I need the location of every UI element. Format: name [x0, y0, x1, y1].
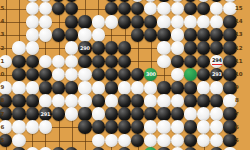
board-point-O7[interactable]	[157, 108, 170, 121]
white-stone	[171, 68, 184, 82]
board-point-K11[interactable]	[105, 55, 118, 68]
board-point-E4[interactable]	[39, 147, 52, 150]
board-point-Q14[interactable]	[184, 15, 197, 28]
black-stone: 290	[78, 41, 91, 55]
board-point-T12[interactable]	[223, 42, 236, 55]
white-stone	[184, 107, 197, 121]
board-point-D5[interactable]	[26, 134, 39, 147]
board-point-G5[interactable]	[65, 134, 78, 147]
board-point-P5[interactable]	[171, 134, 184, 147]
board-point-E12[interactable]	[39, 42, 52, 55]
board-point-S5[interactable]	[210, 134, 223, 147]
board-point-S13[interactable]	[210, 28, 223, 41]
board-point-D6[interactable]	[26, 121, 39, 134]
board-point-T11[interactable]	[223, 55, 236, 68]
board-point-C9[interactable]	[12, 81, 25, 94]
board-point-H14[interactable]	[78, 15, 91, 28]
board-point-N7[interactable]	[144, 108, 157, 121]
board-point-T10[interactable]	[223, 68, 236, 81]
board-point-Q10[interactable]	[184, 68, 197, 81]
board-point-O5[interactable]	[157, 134, 170, 147]
board-point-S7[interactable]	[210, 108, 223, 121]
white-stone	[92, 81, 105, 95]
board-point-K8[interactable]	[105, 94, 118, 107]
board-point-P6[interactable]	[171, 121, 184, 134]
board-point-K4[interactable]	[105, 147, 118, 150]
black-stone	[118, 94, 131, 108]
board-point-M6[interactable]	[131, 121, 144, 134]
board-point-N13[interactable]	[144, 28, 157, 41]
black-stone	[197, 28, 210, 42]
board-point-G9[interactable]	[65, 81, 78, 94]
black-stone	[12, 94, 25, 108]
white-stone	[210, 120, 223, 134]
board-point-F14[interactable]	[52, 15, 65, 28]
board-point-H11[interactable]	[78, 55, 91, 68]
board-point-D12[interactable]	[26, 42, 39, 55]
board-point-O13[interactable]	[157, 28, 170, 41]
board-point-D8[interactable]	[26, 94, 39, 107]
board-point-T14[interactable]	[223, 15, 236, 28]
board-point-L10[interactable]	[118, 68, 131, 81]
white-stone	[39, 2, 52, 16]
board-point-B11[interactable]	[0, 55, 12, 68]
board-point-J12[interactable]	[92, 42, 105, 55]
black-stone	[210, 94, 223, 108]
white-stone	[197, 120, 210, 134]
board-point-K12[interactable]	[105, 42, 118, 55]
white-stone	[78, 94, 91, 108]
board-point-S12[interactable]	[210, 42, 223, 55]
board-point-K15[interactable]	[105, 2, 118, 15]
board-point-Q12[interactable]	[184, 42, 197, 55]
board-point-P4[interactable]	[171, 147, 184, 150]
board-point-D9[interactable]	[26, 81, 39, 94]
black-stone	[210, 41, 223, 55]
black-stone	[197, 55, 210, 69]
board-point-J4[interactable]	[92, 147, 105, 150]
board-point-Q7[interactable]	[184, 108, 197, 121]
move-number-label: 300	[146, 72, 156, 77]
board-point-B5[interactable]	[0, 134, 12, 147]
white-stone	[171, 120, 184, 134]
board-point-C14[interactable]	[12, 15, 25, 28]
white-stone	[92, 15, 105, 29]
board-point-R13[interactable]	[197, 28, 210, 41]
black-stone	[184, 55, 197, 69]
board-point-O10[interactable]	[157, 68, 170, 81]
board-point-G8[interactable]	[65, 94, 78, 107]
board-point-L13[interactable]	[118, 28, 131, 41]
board-point-E9[interactable]	[39, 81, 52, 94]
board-point-K13[interactable]	[105, 28, 118, 41]
board-point-O6[interactable]	[157, 121, 170, 134]
board-point-T8[interactable]	[223, 94, 236, 107]
board-point-Q13[interactable]	[184, 28, 197, 41]
board-point-L6[interactable]	[118, 121, 131, 134]
board-point-K14[interactable]	[105, 15, 118, 28]
board-point-O9[interactable]	[157, 81, 170, 94]
board-point-L15[interactable]	[118, 2, 131, 15]
white-stone	[65, 68, 78, 82]
board-point-G10[interactable]	[65, 68, 78, 81]
board-point-L5[interactable]	[118, 134, 131, 147]
board-point-H15[interactable]	[78, 2, 91, 15]
board-point-R15[interactable]	[197, 2, 210, 15]
board-point-P9[interactable]	[171, 81, 184, 94]
board-point-T15[interactable]	[223, 2, 236, 15]
board-point-K7[interactable]	[105, 108, 118, 121]
board-point-N12[interactable]	[144, 42, 157, 55]
board-point-B7[interactable]	[0, 108, 12, 121]
board-point-B6[interactable]	[0, 121, 12, 134]
board-point-E10[interactable]	[39, 68, 52, 81]
black-stone	[171, 107, 184, 121]
go-board-screenshot: 290294300293291 515414313212111010998877…	[0, 0, 250, 150]
board-point-M9[interactable]	[131, 81, 144, 94]
board-point-J9[interactable]	[92, 81, 105, 94]
board-point-Q8[interactable]	[184, 94, 197, 107]
white-stone	[171, 2, 184, 16]
board-point-P14[interactable]	[171, 15, 184, 28]
board-point-E6[interactable]	[39, 121, 52, 134]
board-point-R12[interactable]	[197, 42, 210, 55]
black-stone	[92, 41, 105, 55]
board-point-N5[interactable]	[144, 134, 157, 147]
board-point-G14[interactable]	[65, 15, 78, 28]
board-point-Q5[interactable]	[184, 134, 197, 147]
board-point-C8[interactable]	[12, 94, 25, 107]
board-point-M11[interactable]	[131, 55, 144, 68]
board-point-F9[interactable]	[52, 81, 65, 94]
board-point-J8[interactable]	[92, 94, 105, 107]
board-point-K6[interactable]	[105, 121, 118, 134]
board-point-M13[interactable]	[131, 28, 144, 41]
board-point-S9[interactable]	[210, 81, 223, 94]
board-point-S14[interactable]	[210, 15, 223, 28]
white-stone	[157, 120, 170, 134]
board-point-J7[interactable]	[92, 108, 105, 121]
board-point-F10[interactable]	[52, 68, 65, 81]
board-point-N14[interactable]	[144, 15, 157, 28]
board-point-S4[interactable]	[210, 147, 223, 150]
black-stone	[223, 55, 236, 69]
black-stone	[0, 134, 12, 148]
board-point-H5[interactable]	[78, 134, 91, 147]
black-stone	[184, 134, 197, 148]
board-point-T5[interactable]	[223, 134, 236, 147]
black-stone	[105, 55, 118, 69]
white-stone	[157, 94, 170, 108]
black-stone	[12, 107, 25, 121]
board-point-D15[interactable]	[26, 2, 39, 15]
black-stone	[144, 15, 157, 29]
board-point-J14[interactable]	[92, 15, 105, 28]
black-stone	[131, 2, 144, 16]
board-point-R6[interactable]	[197, 121, 210, 134]
board-point-T4[interactable]	[223, 147, 236, 150]
white-stone	[223, 2, 236, 16]
board-point-H4[interactable]	[78, 147, 91, 150]
board-point-Q9[interactable]	[184, 81, 197, 94]
board-point-N6[interactable]	[144, 121, 157, 134]
board-point-B4[interactable]	[0, 147, 12, 150]
board-point-M7[interactable]	[131, 108, 144, 121]
black-stone	[118, 15, 131, 29]
board-point-R9[interactable]	[197, 81, 210, 94]
black-stone	[26, 55, 39, 69]
board-point-B8[interactable]	[0, 94, 12, 107]
board-point-E8[interactable]	[39, 94, 52, 107]
board-point-T9[interactable]	[223, 81, 236, 94]
board-point-P12[interactable]	[171, 42, 184, 55]
board-point-T6[interactable]	[223, 121, 236, 134]
board-point-M4[interactable]	[131, 147, 144, 150]
white-stone	[144, 2, 157, 16]
white-stone	[197, 107, 210, 121]
board-point-O8[interactable]	[157, 94, 170, 107]
board-point-B10[interactable]	[0, 68, 12, 81]
black-stone	[184, 94, 197, 108]
board-point-G13[interactable]	[65, 28, 78, 41]
black-stone	[26, 94, 39, 108]
board-point-E14[interactable]	[39, 15, 52, 28]
board-point-O14[interactable]	[157, 15, 170, 28]
board-point-T13[interactable]	[223, 28, 236, 41]
board-point-L9[interactable]	[118, 81, 131, 94]
board-point-M10[interactable]	[131, 68, 144, 81]
board-point-L4[interactable]	[118, 147, 131, 150]
board-point-M5[interactable]	[131, 134, 144, 147]
white-stone: 294	[210, 55, 223, 69]
board-point-D7[interactable]	[26, 108, 39, 121]
board-point-L11[interactable]	[118, 55, 131, 68]
board-point-B13[interactable]	[0, 28, 12, 41]
board-point-S8[interactable]	[210, 94, 223, 107]
board-point-P8[interactable]	[171, 94, 184, 107]
white-stone	[26, 147, 39, 150]
board-point-E5[interactable]	[39, 134, 52, 147]
board-point-R14[interactable]	[197, 15, 210, 28]
board-point-S10[interactable]: 293	[210, 68, 223, 81]
board-point-R10[interactable]	[197, 68, 210, 81]
white-stone	[118, 81, 131, 95]
board-point-B15[interactable]	[0, 2, 12, 15]
black-stone	[223, 28, 236, 42]
board-point-J13[interactable]	[92, 28, 105, 41]
black-stone	[118, 120, 131, 134]
white-stone	[157, 15, 170, 29]
board-point-H13[interactable]	[78, 28, 91, 41]
board-point-K9[interactable]	[105, 81, 118, 94]
board-point-N9[interactable]	[144, 81, 157, 94]
black-stone	[118, 107, 131, 121]
white-stone	[171, 41, 184, 55]
board-point-G4[interactable]	[65, 147, 78, 150]
white-stone	[0, 81, 12, 95]
white-stone	[39, 147, 52, 150]
board-point-N11[interactable]	[144, 55, 157, 68]
board-point-K10[interactable]	[105, 68, 118, 81]
board-point-Q4[interactable]	[184, 147, 197, 150]
board-point-M8[interactable]	[131, 94, 144, 107]
white-stone	[210, 15, 223, 29]
board-point-O11[interactable]	[157, 55, 170, 68]
board-point-C6[interactable]	[12, 121, 25, 134]
board-point-D11[interactable]	[26, 55, 39, 68]
board-point-F13[interactable]	[52, 28, 65, 41]
board-point-F4[interactable]	[52, 147, 65, 150]
black-stone	[131, 107, 144, 121]
board-point-P10[interactable]	[171, 68, 184, 81]
board-point-H9[interactable]	[78, 81, 91, 94]
board-point-M15[interactable]	[131, 2, 144, 15]
go-board[interactable]: 290294300293291	[0, 0, 237, 150]
board-point-C4[interactable]	[12, 147, 25, 150]
black-stone	[223, 81, 236, 95]
board-point-J11[interactable]	[92, 55, 105, 68]
board-point-Q11[interactable]	[184, 55, 197, 68]
move-number-label: 290	[80, 46, 90, 51]
white-stone	[12, 134, 25, 148]
board-point-E15[interactable]	[39, 2, 52, 15]
board-point-D13[interactable]	[26, 28, 39, 41]
board-point-C12[interactable]	[12, 42, 25, 55]
black-stone	[223, 120, 236, 134]
board-point-D4[interactable]	[26, 147, 39, 150]
board-point-L7[interactable]	[118, 108, 131, 121]
white-stone	[26, 120, 39, 134]
board-point-F7[interactable]	[52, 108, 65, 121]
board-point-F11[interactable]	[52, 55, 65, 68]
board-point-K5[interactable]	[105, 134, 118, 147]
board-point-N10[interactable]: 300	[144, 68, 157, 81]
black-stone	[157, 147, 170, 150]
board-point-N8[interactable]	[144, 94, 157, 107]
board-point-O15[interactable]	[157, 2, 170, 15]
white-stone	[210, 134, 223, 148]
board-point-S15[interactable]	[210, 2, 223, 15]
board-point-C13[interactable]	[12, 28, 25, 41]
black-stone	[223, 134, 236, 148]
board-point-R7[interactable]	[197, 108, 210, 121]
board-point-P11[interactable]	[171, 55, 184, 68]
board-point-B9[interactable]	[0, 81, 12, 94]
board-point-M14[interactable]	[131, 15, 144, 28]
board-point-B14[interactable]	[0, 15, 12, 28]
black-stone	[0, 94, 12, 108]
move-number-label: 291	[40, 112, 50, 117]
board-point-R11[interactable]	[197, 55, 210, 68]
board-point-G6[interactable]	[65, 121, 78, 134]
board-point-D14[interactable]	[26, 15, 39, 28]
white-stone	[197, 15, 210, 29]
board-point-C5[interactable]	[12, 134, 25, 147]
board-point-C7[interactable]	[12, 108, 25, 121]
board-point-H7[interactable]	[78, 108, 91, 121]
board-point-R5[interactable]	[197, 134, 210, 147]
board-point-H8[interactable]	[78, 94, 91, 107]
white-stone	[52, 55, 65, 69]
board-point-E7[interactable]: 291	[39, 108, 52, 121]
board-point-P13[interactable]	[171, 28, 184, 41]
board-point-F6[interactable]	[52, 121, 65, 134]
white-stone	[118, 134, 131, 148]
white-stone	[92, 107, 105, 121]
white-stone	[78, 81, 91, 95]
board-point-H12[interactable]: 290	[78, 42, 91, 55]
white-stone	[65, 41, 78, 55]
board-point-G12[interactable]	[65, 42, 78, 55]
board-point-J6[interactable]	[92, 121, 105, 134]
black-stone	[92, 94, 105, 108]
board-point-G11[interactable]	[65, 55, 78, 68]
board-point-L8[interactable]	[118, 94, 131, 107]
black-stone	[118, 55, 131, 69]
board-point-M12[interactable]	[131, 42, 144, 55]
board-point-G7[interactable]	[65, 108, 78, 121]
board-point-H10[interactable]	[78, 68, 91, 81]
board-point-C10[interactable]	[12, 68, 25, 81]
board-point-N4[interactable]	[144, 147, 157, 150]
board-point-T7[interactable]	[223, 108, 236, 121]
black-stone	[12, 147, 25, 150]
board-point-F5[interactable]	[52, 134, 65, 147]
board-point-P15[interactable]	[171, 2, 184, 15]
black-stone	[105, 41, 118, 55]
black-stone	[118, 68, 131, 82]
white-stone	[0, 55, 12, 69]
board-point-Q15[interactable]	[184, 2, 197, 15]
black-stone	[210, 28, 223, 42]
board-point-F8[interactable]	[52, 94, 65, 107]
board-point-C11[interactable]	[12, 55, 25, 68]
white-stone	[0, 120, 12, 134]
board-point-J15[interactable]	[92, 2, 105, 15]
board-point-F15[interactable]	[52, 2, 65, 15]
white-stone	[144, 134, 157, 148]
board-point-O12[interactable]	[157, 42, 170, 55]
board-point-C15[interactable]	[12, 2, 25, 15]
board-point-S6[interactable]	[210, 121, 223, 134]
board-point-P7[interactable]	[171, 108, 184, 121]
board-point-H6[interactable]	[78, 121, 91, 134]
board-point-R8[interactable]	[197, 94, 210, 107]
white-stone	[92, 134, 105, 148]
board-point-F12[interactable]	[52, 42, 65, 55]
board-point-Q6[interactable]	[184, 121, 197, 134]
board-point-R4[interactable]	[197, 147, 210, 150]
black-stone	[171, 55, 184, 69]
board-point-L12[interactable]	[118, 42, 131, 55]
white-stone	[26, 2, 39, 16]
black-stone: 293	[210, 68, 223, 82]
board-point-G15[interactable]	[65, 2, 78, 15]
black-stone	[131, 28, 144, 42]
board-point-J5[interactable]	[92, 134, 105, 147]
board-point-O4[interactable]	[157, 147, 170, 150]
white-stone	[144, 81, 157, 95]
white-stone	[26, 28, 39, 42]
board-point-N15[interactable]	[144, 2, 157, 15]
board-point-J10[interactable]	[92, 68, 105, 81]
board-point-L14[interactable]	[118, 15, 131, 28]
board-point-E13[interactable]	[39, 28, 52, 41]
board-point-B12[interactable]	[0, 42, 12, 55]
board-point-S11[interactable]: 294	[210, 55, 223, 68]
board-point-D10[interactable]	[26, 68, 39, 81]
board-point-E11[interactable]	[39, 55, 52, 68]
